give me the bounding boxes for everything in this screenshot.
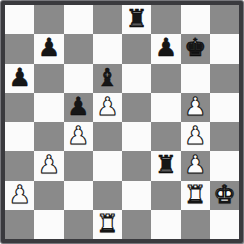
square-c4: ♟ — [64, 122, 93, 151]
square-b2 — [34, 181, 63, 210]
square-e2 — [122, 181, 151, 210]
square-h4 — [210, 122, 239, 151]
square-e4 — [122, 122, 151, 151]
square-d3 — [93, 151, 122, 180]
square-d5: ♟ — [93, 93, 122, 122]
square-e8: ♜ — [122, 5, 151, 34]
square-f4 — [151, 122, 180, 151]
square-g4: ♟ — [181, 122, 210, 151]
square-b6 — [34, 64, 63, 93]
square-a4 — [5, 122, 34, 151]
piece-black-king: ♚ — [184, 35, 206, 60]
piece-white-pawn: ♟ — [38, 152, 60, 177]
piece-black-rook: ♜ — [155, 152, 177, 177]
square-b5 — [34, 93, 63, 122]
square-e1 — [122, 210, 151, 239]
square-f6 — [151, 64, 180, 93]
square-f7: ♟ — [151, 34, 180, 63]
square-b1 — [34, 210, 63, 239]
piece-black-rook: ♜ — [125, 6, 147, 31]
square-d2 — [93, 181, 122, 210]
square-g5: ♟ — [181, 93, 210, 122]
square-c2 — [64, 181, 93, 210]
square-h3 — [210, 151, 239, 180]
piece-white-pawn: ♟ — [184, 123, 206, 148]
square-h7 — [210, 34, 239, 63]
piece-white-pawn: ♟ — [8, 182, 30, 207]
square-f1 — [151, 210, 180, 239]
square-c7 — [64, 34, 93, 63]
square-e7 — [122, 34, 151, 63]
chess-board: ♜♟♟♚♟♝♟♟♟♟♟♟♜♟♟♜♚♜ — [5, 5, 239, 239]
piece-black-pawn: ♟ — [155, 35, 177, 60]
square-g3: ♟ — [181, 151, 210, 180]
board-frame: ♜♟♟♚♟♝♟♟♟♟♟♟♜♟♟♜♚♜ — [1, 1, 243, 243]
square-d4 — [93, 122, 122, 151]
square-a2: ♟ — [5, 181, 34, 210]
square-g2: ♜ — [181, 181, 210, 210]
square-b8 — [34, 5, 63, 34]
square-d8 — [93, 5, 122, 34]
square-h6 — [210, 64, 239, 93]
square-d7 — [93, 34, 122, 63]
square-f3: ♜ — [151, 151, 180, 180]
square-c1 — [64, 210, 93, 239]
square-f8 — [151, 5, 180, 34]
square-c6 — [64, 64, 93, 93]
piece-white-pawn: ♟ — [96, 94, 118, 119]
square-g1 — [181, 210, 210, 239]
square-f2 — [151, 181, 180, 210]
piece-white-rook: ♜ — [184, 182, 206, 207]
square-a8 — [5, 5, 34, 34]
piece-white-king: ♚ — [213, 182, 235, 207]
square-h1 — [210, 210, 239, 239]
piece-black-bishop: ♝ — [96, 65, 118, 90]
square-d1: ♜ — [93, 210, 122, 239]
square-d6: ♝ — [93, 64, 122, 93]
square-e3 — [122, 151, 151, 180]
square-g8 — [181, 5, 210, 34]
piece-white-pawn: ♟ — [67, 123, 89, 148]
piece-white-pawn: ♟ — [184, 152, 206, 177]
square-c3 — [64, 151, 93, 180]
square-h5 — [210, 93, 239, 122]
square-a5 — [5, 93, 34, 122]
piece-black-pawn: ♟ — [38, 35, 60, 60]
square-h2: ♚ — [210, 181, 239, 210]
chess-diagram: ♜♟♟♚♟♝♟♟♟♟♟♟♜♟♟♜♚♜ — [0, 0, 244, 244]
square-a7 — [5, 34, 34, 63]
square-b7: ♟ — [34, 34, 63, 63]
piece-black-pawn: ♟ — [8, 65, 30, 90]
square-b4 — [34, 122, 63, 151]
square-g6 — [181, 64, 210, 93]
square-a6: ♟ — [5, 64, 34, 93]
piece-white-pawn: ♟ — [184, 94, 206, 119]
square-c5: ♟ — [64, 93, 93, 122]
square-e5 — [122, 93, 151, 122]
square-h8 — [210, 5, 239, 34]
square-a3 — [5, 151, 34, 180]
square-f5 — [151, 93, 180, 122]
square-b3: ♟ — [34, 151, 63, 180]
square-c8 — [64, 5, 93, 34]
piece-white-rook: ♜ — [96, 211, 118, 236]
square-a1 — [5, 210, 34, 239]
square-g7: ♚ — [181, 34, 210, 63]
piece-black-pawn: ♟ — [67, 94, 89, 119]
square-e6 — [122, 64, 151, 93]
